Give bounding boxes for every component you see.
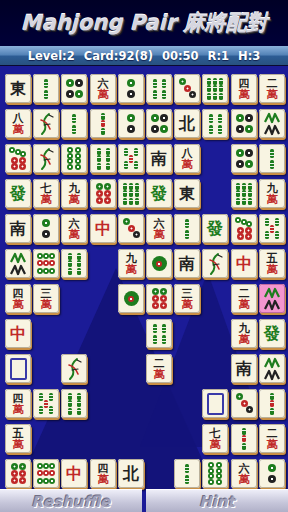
tile-r7c6-p6[interactable] xyxy=(146,284,172,313)
tile-r5c5-p3[interactable] xyxy=(118,214,144,243)
tile-r2c3-s2[interactable] xyxy=(61,109,87,138)
tile-r5c10-s5[interactable] xyxy=(259,214,285,243)
tile-r3c2-s1[interactable] xyxy=(33,144,59,173)
status-hints: H:3 xyxy=(238,49,260,63)
tile-r2c2-s1[interactable] xyxy=(33,109,59,138)
tile-r6c8-s1[interactable] xyxy=(202,249,228,278)
tile-r8c1-C[interactable]: 中 xyxy=(5,319,31,348)
tile-r12c3-C[interactable]: 中 xyxy=(61,459,87,488)
tile-r4c10-m9[interactable]: 九萬 xyxy=(259,179,285,208)
tile-r5c6-m6[interactable]: 六萬 xyxy=(146,214,172,243)
tile-r3c10-s2[interactable] xyxy=(259,144,285,173)
tile-r5c7-s2[interactable] xyxy=(174,214,200,243)
tile-r7c10-s8-selected[interactable] xyxy=(259,284,285,313)
tile-r9c6-m2[interactable]: 二萬 xyxy=(146,354,172,383)
tile-r12c10-p2[interactable] xyxy=(259,459,285,488)
status-timer: 00:50 xyxy=(162,49,199,63)
tile-r9c1-P[interactable] xyxy=(5,354,31,383)
tile-r12c7-s2[interactable] xyxy=(174,459,200,488)
tile-r7c7-m3[interactable]: 三萬 xyxy=(174,284,200,313)
status-reshuffles: R:1 xyxy=(208,49,229,63)
tile-r10c1-m4[interactable]: 四萬 xyxy=(5,389,31,418)
tile-r9c9-S[interactable]: 南 xyxy=(231,354,257,383)
app-title: Mahjong Pair 麻將配對 xyxy=(21,9,268,37)
tile-r12c2-p9[interactable] xyxy=(33,459,59,488)
tile-r10c10-s3[interactable] xyxy=(259,389,285,418)
tile-r4c1-F[interactable]: 發 xyxy=(5,179,31,208)
tile-r11c10-m2[interactable]: 二萬 xyxy=(259,424,285,453)
tile-r1c2-s2[interactable] xyxy=(33,74,59,103)
tile-r3c1-p7[interactable] xyxy=(5,144,31,173)
tile-r5c2-p2[interactable] xyxy=(33,214,59,243)
tile-r7c1-m4[interactable]: 四萬 xyxy=(5,284,31,313)
tile-r4c5-s9[interactable] xyxy=(118,179,144,208)
tile-r11c9-s3[interactable] xyxy=(231,424,257,453)
reshuffle-button[interactable]: Reshuffle xyxy=(0,489,142,512)
tile-r6c9-C[interactable]: 中 xyxy=(231,249,257,278)
tile-r5c1-S[interactable]: 南 xyxy=(5,214,31,243)
tile-r2c5-p2[interactable] xyxy=(118,109,144,138)
tile-r11c1-m5[interactable]: 五萬 xyxy=(5,424,31,453)
tile-r1c1-E[interactable]: 東 xyxy=(5,74,31,103)
tile-r2c10-s8[interactable] xyxy=(259,109,285,138)
tile-r3c5-s5[interactable] xyxy=(118,144,144,173)
tile-r4c4-p6[interactable] xyxy=(90,179,116,208)
tile-r7c9-m2[interactable]: 二萬 xyxy=(231,284,257,313)
hint-button[interactable]: Hint xyxy=(146,489,288,512)
tile-r9c3-s1[interactable] xyxy=(61,354,87,383)
tile-r6c3-s6[interactable] xyxy=(61,249,87,278)
tile-r12c5-N[interactable]: 北 xyxy=(118,459,144,488)
tile-r7c5-p1[interactable] xyxy=(118,284,144,313)
tile-r1c8-s9[interactable] xyxy=(202,74,228,103)
tile-r1c3-p4[interactable] xyxy=(61,74,87,103)
tile-r6c6-p1[interactable] xyxy=(146,249,172,278)
tile-r10c2-s5[interactable] xyxy=(33,389,59,418)
tile-r7c2-m3[interactable]: 三萬 xyxy=(33,284,59,313)
tile-r1c6-s4[interactable] xyxy=(146,74,172,103)
tile-r6c7-S[interactable]: 南 xyxy=(174,249,200,278)
tile-r2c4-s3[interactable] xyxy=(90,109,116,138)
tile-r4c7-E[interactable]: 東 xyxy=(174,179,200,208)
tile-r12c4-m4[interactable]: 四萬 xyxy=(90,459,116,488)
tile-r2c8-s4[interactable] xyxy=(202,109,228,138)
tile-r3c4-s6[interactable] xyxy=(90,144,116,173)
tile-r1c4-m6[interactable]: 六萬 xyxy=(90,74,116,103)
status-cards: Card:92(8) xyxy=(84,49,153,63)
tile-r1c5-p2[interactable] xyxy=(118,74,144,103)
tile-r2c6-p4[interactable] xyxy=(146,109,172,138)
status-bar: Level:2 Card:92(8) 00:50 R:1 H:3 xyxy=(0,46,288,66)
tile-r5c8-F[interactable]: 發 xyxy=(202,214,228,243)
tile-r11c8-m7[interactable]: 七萬 xyxy=(202,424,228,453)
tile-r12c9-m6[interactable]: 六萬 xyxy=(231,459,257,488)
tile-r8c9-m9[interactable]: 九萬 xyxy=(231,319,257,348)
tile-r6c10-m5[interactable]: 五萬 xyxy=(259,249,285,278)
tile-r6c1-s8[interactable] xyxy=(5,249,31,278)
tile-r1c7-p3[interactable] xyxy=(174,74,200,103)
tile-r5c3-m6[interactable]: 六萬 xyxy=(61,214,87,243)
tile-r8c6-s4[interactable] xyxy=(146,319,172,348)
tile-r4c9-s9[interactable] xyxy=(231,179,257,208)
tile-r1c9-m4[interactable]: 四萬 xyxy=(231,74,257,103)
tile-r6c2-p9[interactable] xyxy=(33,249,59,278)
button-bar: Reshuffle Hint xyxy=(0,489,288,512)
mahjong-pair-app: { "game": "Mahjong Pair (mahjong tile pa… xyxy=(0,0,288,512)
tile-r4c3-m9[interactable]: 九萬 xyxy=(61,179,87,208)
tile-r12c8-p8[interactable] xyxy=(202,459,228,488)
tile-r3c7-m8[interactable]: 八萬 xyxy=(174,144,200,173)
tile-r5c4-C[interactable]: 中 xyxy=(90,214,116,243)
tile-r5c9-p7[interactable] xyxy=(231,214,257,243)
tile-r3c6-S[interactable]: 南 xyxy=(146,144,172,173)
title-bar: Mahjong Pair 麻將配對 xyxy=(0,0,288,46)
tile-r10c9-p3[interactable] xyxy=(231,389,257,418)
tile-r6c5-m9[interactable]: 九萬 xyxy=(118,249,144,278)
tile-r4c6-F[interactable]: 發 xyxy=(146,179,172,208)
tile-r10c3-s6[interactable] xyxy=(61,389,87,418)
tile-r2c9-p4[interactable] xyxy=(231,109,257,138)
tile-r3c3-p8[interactable] xyxy=(61,144,87,173)
tile-r1c10-m2[interactable]: 二萬 xyxy=(259,74,285,103)
tile-r3c9-p4[interactable] xyxy=(231,144,257,173)
tile-r2c7-N[interactable]: 北 xyxy=(174,109,200,138)
tile-r4c2-m7[interactable]: 七萬 xyxy=(33,179,59,208)
tile-r10c8-P[interactable] xyxy=(202,389,228,418)
tile-r2c1-m8[interactable]: 八萬 xyxy=(5,109,31,138)
tile-r12c1-p6[interactable] xyxy=(5,459,31,488)
tile-r8c10-F[interactable]: 發 xyxy=(259,319,285,348)
tile-r9c10-s8[interactable] xyxy=(259,354,285,383)
status-level: Level:2 xyxy=(28,49,75,63)
